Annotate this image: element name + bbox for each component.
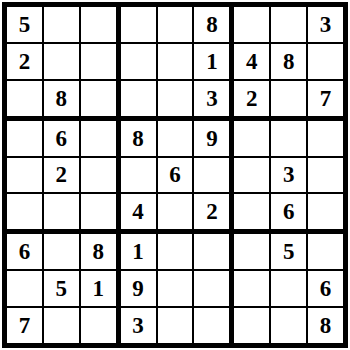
sudoku-cell-r6c7[interactable] <box>234 194 269 229</box>
sudoku-cell-r4c8[interactable] <box>271 121 306 156</box>
sudoku-cell-r9c5[interactable] <box>158 308 193 343</box>
sudoku-cell-r9c8[interactable] <box>271 308 306 343</box>
sudoku-cell-r1c3[interactable] <box>81 7 116 42</box>
sudoku-cell-r3c2[interactable]: 8 <box>44 81 79 116</box>
sudoku-box-r1c1: 89642 <box>121 121 230 230</box>
sudoku-cell-r8c7[interactable] <box>234 271 269 306</box>
sudoku-cell-r2c5[interactable] <box>158 44 193 79</box>
sudoku-cell-r8c4[interactable]: 9 <box>121 271 156 306</box>
sudoku-cell-r1c5[interactable] <box>158 7 193 42</box>
sudoku-cell-r4c7[interactable] <box>234 121 269 156</box>
sudoku-cell-r5c7[interactable] <box>234 158 269 193</box>
sudoku-board: 5288133482762896423668517193568 <box>2 2 348 348</box>
sudoku-cell-r1c9[interactable]: 3 <box>308 7 343 42</box>
sudoku-cell-r7c7[interactable] <box>234 234 269 269</box>
sudoku-cell-r4c6[interactable]: 9 <box>194 121 229 156</box>
sudoku-cell-r2c1[interactable]: 2 <box>7 44 42 79</box>
sudoku-cell-r2c8[interactable]: 8 <box>271 44 306 79</box>
sudoku-cell-r3c6[interactable]: 3 <box>194 81 229 116</box>
sudoku-cell-r9c9[interactable]: 8 <box>308 308 343 343</box>
sudoku-page: 5288133482762896423668517193568 <box>0 0 350 350</box>
sudoku-cell-r7c9[interactable] <box>308 234 343 269</box>
sudoku-cell-r7c8[interactable]: 5 <box>271 234 306 269</box>
sudoku-cell-r6c4[interactable]: 4 <box>121 194 156 229</box>
sudoku-cell-r9c4[interactable]: 3 <box>121 308 156 343</box>
sudoku-box-r0c2: 34827 <box>234 7 343 116</box>
sudoku-cell-r6c8[interactable]: 6 <box>271 194 306 229</box>
sudoku-cell-r1c8[interactable] <box>271 7 306 42</box>
sudoku-cell-r9c6[interactable] <box>194 308 229 343</box>
sudoku-box-r1c0: 62 <box>7 121 116 230</box>
sudoku-cell-r6c1[interactable] <box>7 194 42 229</box>
sudoku-cell-r4c1[interactable] <box>7 121 42 156</box>
sudoku-cell-r1c7[interactable] <box>234 7 269 42</box>
sudoku-cell-r9c3[interactable] <box>81 308 116 343</box>
sudoku-box-r1c2: 36 <box>234 121 343 230</box>
sudoku-box-r2c1: 193 <box>121 234 230 343</box>
sudoku-cell-r4c9[interactable] <box>308 121 343 156</box>
sudoku-cell-r4c2[interactable]: 6 <box>44 121 79 156</box>
sudoku-cell-r6c3[interactable] <box>81 194 116 229</box>
sudoku-box-r0c1: 813 <box>121 7 230 116</box>
sudoku-cell-r6c2[interactable] <box>44 194 79 229</box>
sudoku-cell-r7c5[interactable] <box>158 234 193 269</box>
sudoku-cell-r6c6[interactable]: 2 <box>194 194 229 229</box>
sudoku-box-r2c2: 568 <box>234 234 343 343</box>
sudoku-cell-r5c8[interactable]: 3 <box>271 158 306 193</box>
sudoku-cell-r3c9[interactable]: 7 <box>308 81 343 116</box>
sudoku-cell-r3c7[interactable]: 2 <box>234 81 269 116</box>
sudoku-cell-r7c2[interactable] <box>44 234 79 269</box>
sudoku-cell-r5c4[interactable] <box>121 158 156 193</box>
sudoku-box-r2c0: 68517 <box>7 234 116 343</box>
sudoku-cell-r7c1[interactable]: 6 <box>7 234 42 269</box>
sudoku-cell-r9c1[interactable]: 7 <box>7 308 42 343</box>
sudoku-cell-r2c9[interactable] <box>308 44 343 79</box>
sudoku-cell-r6c9[interactable] <box>308 194 343 229</box>
sudoku-cell-r5c2[interactable]: 2 <box>44 158 79 193</box>
sudoku-cell-r1c1[interactable]: 5 <box>7 7 42 42</box>
sudoku-cell-r4c3[interactable] <box>81 121 116 156</box>
sudoku-cell-r4c5[interactable] <box>158 121 193 156</box>
sudoku-cell-r8c1[interactable] <box>7 271 42 306</box>
sudoku-cell-r1c2[interactable] <box>44 7 79 42</box>
sudoku-cell-r6c5[interactable] <box>158 194 193 229</box>
sudoku-cell-r5c6[interactable] <box>194 158 229 193</box>
sudoku-cell-r9c7[interactable] <box>234 308 269 343</box>
sudoku-cell-r8c8[interactable] <box>271 271 306 306</box>
sudoku-cell-r2c6[interactable]: 1 <box>194 44 229 79</box>
sudoku-cell-r3c8[interactable] <box>271 81 306 116</box>
sudoku-cell-r9c2[interactable] <box>44 308 79 343</box>
sudoku-cell-r3c3[interactable] <box>81 81 116 116</box>
sudoku-cell-r1c4[interactable] <box>121 7 156 42</box>
sudoku-cell-r5c9[interactable] <box>308 158 343 193</box>
sudoku-cell-r7c3[interactable]: 8 <box>81 234 116 269</box>
sudoku-cell-r2c7[interactable]: 4 <box>234 44 269 79</box>
sudoku-cell-r2c4[interactable] <box>121 44 156 79</box>
sudoku-cell-r5c5[interactable]: 6 <box>158 158 193 193</box>
sudoku-cell-r5c1[interactable] <box>7 158 42 193</box>
sudoku-cell-r7c4[interactable]: 1 <box>121 234 156 269</box>
sudoku-cell-r8c9[interactable]: 6 <box>308 271 343 306</box>
sudoku-cell-r4c4[interactable]: 8 <box>121 121 156 156</box>
sudoku-cell-r3c4[interactable] <box>121 81 156 116</box>
sudoku-cell-r2c3[interactable] <box>81 44 116 79</box>
sudoku-cell-r3c5[interactable] <box>158 81 193 116</box>
sudoku-cell-r7c6[interactable] <box>194 234 229 269</box>
sudoku-cell-r8c6[interactable] <box>194 271 229 306</box>
sudoku-cell-r8c2[interactable]: 5 <box>44 271 79 306</box>
sudoku-cell-r3c1[interactable] <box>7 81 42 116</box>
sudoku-box-r0c0: 528 <box>7 7 116 116</box>
sudoku-cell-r8c5[interactable] <box>158 271 193 306</box>
sudoku-cell-r2c2[interactable] <box>44 44 79 79</box>
sudoku-cell-r1c6[interactable]: 8 <box>194 7 229 42</box>
sudoku-cell-r5c3[interactable] <box>81 158 116 193</box>
sudoku-cell-r8c3[interactable]: 1 <box>81 271 116 306</box>
